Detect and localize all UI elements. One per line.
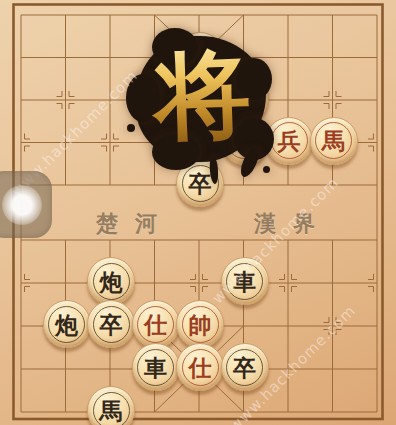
piece-character: 馬 bbox=[100, 399, 123, 422]
river-label-right: 漢界 bbox=[254, 209, 332, 239]
piece-character: 車 bbox=[233, 270, 256, 293]
piece-black-advisor[interactable]: 士 bbox=[176, 32, 224, 80]
piece-character: 馬 bbox=[322, 129, 345, 152]
piece-character: 兵 bbox=[278, 129, 301, 152]
assistive-button-glow-icon bbox=[2, 185, 42, 225]
piece-character: 車 bbox=[144, 356, 167, 379]
piece-black-cannon[interactable]: 炮 bbox=[87, 257, 135, 305]
piece-character: 士 bbox=[144, 87, 167, 110]
piece-character: 仕 bbox=[189, 356, 212, 379]
piece-red-horse[interactable]: 馬 bbox=[310, 117, 358, 165]
piece-character: 卒 bbox=[233, 356, 256, 379]
piece-red-general[interactable]: 帥 bbox=[176, 300, 224, 348]
piece-character: 帥 bbox=[189, 313, 212, 336]
piece-black-general[interactable]: 將 bbox=[221, 74, 269, 122]
piece-character: 炮 bbox=[55, 313, 78, 336]
piece-character: 炮 bbox=[100, 270, 123, 293]
piece-red-chariot[interactable]: 車 bbox=[221, 117, 269, 165]
river-label-left: 楚河 bbox=[96, 209, 174, 239]
piece-black-soldier[interactable]: 卒 bbox=[87, 300, 135, 348]
piece-character: 卒 bbox=[189, 172, 212, 195]
piece-black-soldier[interactable]: 卒 bbox=[176, 159, 224, 207]
piece-character: 仕 bbox=[144, 313, 167, 336]
piece-character: 車 bbox=[233, 129, 256, 152]
piece-character: 將 bbox=[233, 87, 256, 110]
piece-character: 卒 bbox=[100, 313, 123, 336]
piece-black-advisor[interactable]: 士 bbox=[132, 74, 180, 122]
piece-black-chariot[interactable]: 車 bbox=[221, 257, 269, 305]
assistive-floating-button[interactable] bbox=[0, 171, 52, 238]
xiangqi-board[interactable]: 楚河 漢界 士士將車兵馬卒炮車炮卒仕帥車仕卒馬 将 www.hackhome.c… bbox=[0, 0, 396, 425]
piece-black-cannon[interactable]: 炮 bbox=[43, 300, 91, 348]
piece-red-advisor[interactable]: 仕 bbox=[132, 300, 180, 348]
piece-red-advisor[interactable]: 仕 bbox=[176, 343, 224, 391]
piece-character: 士 bbox=[189, 44, 212, 67]
piece-red-soldier[interactable]: 兵 bbox=[265, 117, 313, 165]
piece-black-chariot[interactable]: 車 bbox=[132, 343, 180, 391]
piece-black-soldier[interactable]: 卒 bbox=[221, 343, 269, 391]
